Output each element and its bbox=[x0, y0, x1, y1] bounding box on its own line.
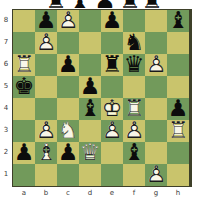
black-bishop: ♝ bbox=[79, 98, 101, 120]
chess-board: ♟♟♙♟♝♟♙♞♜♖♟♜♛♟♙♚♟♝♚♔♜♖♟♟♙♞♘♟♙♟♙♜♖♟♝♗♟♛♕♝… bbox=[12, 9, 192, 187]
file-label-g: g bbox=[145, 189, 167, 198]
square-h1[interactable] bbox=[167, 164, 189, 186]
black-bishop-base: ♝ bbox=[68, 0, 92, 9]
square-d1[interactable] bbox=[79, 164, 101, 186]
file-label-c: c bbox=[57, 189, 79, 198]
square-c1[interactable] bbox=[57, 164, 79, 186]
white-bishop: ♝♗ bbox=[35, 142, 57, 164]
square-g3[interactable] bbox=[145, 120, 167, 142]
square-b5[interactable] bbox=[35, 76, 57, 98]
square-g5[interactable] bbox=[145, 76, 167, 98]
black-king: ♚ bbox=[13, 76, 35, 98]
square-b2[interactable]: ♝♗ bbox=[35, 142, 57, 164]
rank-label-5: 5 bbox=[1, 82, 11, 91]
black-rook-base: ♜ bbox=[44, 0, 68, 9]
square-a5[interactable]: ♚ bbox=[13, 76, 35, 98]
square-c8[interactable]: ♟♙ bbox=[57, 10, 79, 32]
square-g6[interactable]: ♟♙ bbox=[145, 54, 167, 76]
top-cutoff-pieces-strip: ♜♝♟♜♜ bbox=[0, 0, 200, 9]
black-pawn-base: ♟ bbox=[93, 0, 117, 9]
square-f1[interactable] bbox=[123, 164, 145, 186]
square-g8[interactable] bbox=[145, 10, 167, 32]
rank-label-4: 4 bbox=[1, 104, 11, 113]
square-e3[interactable]: ♟♙ bbox=[101, 120, 123, 142]
white-pawn: ♟♙ bbox=[57, 10, 79, 32]
board-grid: ♟♟♙♟♝♟♙♞♜♖♟♜♛♟♙♚♟♝♚♔♜♖♟♟♙♞♘♟♙♟♙♜♖♟♝♗♟♛♕♝… bbox=[13, 10, 189, 186]
square-d7[interactable] bbox=[79, 32, 101, 54]
file-label-h: h bbox=[167, 189, 189, 198]
square-f2[interactable]: ♝ bbox=[123, 142, 145, 164]
square-e1[interactable] bbox=[101, 164, 123, 186]
black-queen: ♛ bbox=[123, 54, 145, 76]
square-h6[interactable] bbox=[167, 54, 189, 76]
black-pawn: ♟ bbox=[57, 142, 79, 164]
square-h8[interactable]: ♝ bbox=[167, 10, 189, 32]
square-a2[interactable]: ♟ bbox=[13, 142, 35, 164]
white-queen: ♛♕ bbox=[79, 142, 101, 164]
white-pawn: ♟♙ bbox=[35, 32, 57, 54]
square-h3[interactable]: ♜♖ bbox=[167, 120, 189, 142]
black-rook-base: ♜ bbox=[140, 0, 164, 9]
rank-label-1: 1 bbox=[1, 170, 11, 179]
rank-label-3: 3 bbox=[1, 126, 11, 135]
black-bishop: ♝ bbox=[123, 142, 145, 164]
square-c6[interactable]: ♟ bbox=[57, 54, 79, 76]
white-pawn: ♟♙ bbox=[101, 120, 123, 142]
black-bishop: ♝ bbox=[167, 10, 189, 32]
rank-label-6: 6 bbox=[1, 60, 11, 69]
rank-label-2: 2 bbox=[1, 148, 11, 157]
square-a8[interactable] bbox=[13, 10, 35, 32]
chess-diagram: ♜♝♟♜♜ ♟♟♙♟♝♟♙♞♜♖♟♜♛♟♙♚♟♝♚♔♜♖♟♟♙♞♘♟♙♟♙♜♖♟… bbox=[0, 0, 200, 200]
rank-label-7: 7 bbox=[1, 38, 11, 47]
rank-label-8: 8 bbox=[1, 16, 11, 25]
square-a4[interactable] bbox=[13, 98, 35, 120]
black-pawn: ♟ bbox=[57, 54, 79, 76]
square-e8[interactable]: ♟ bbox=[101, 10, 123, 32]
file-label-f: f bbox=[123, 189, 145, 198]
square-g4[interactable] bbox=[145, 98, 167, 120]
square-h7[interactable] bbox=[167, 32, 189, 54]
square-f6[interactable]: ♛ bbox=[123, 54, 145, 76]
square-d2[interactable]: ♛♕ bbox=[79, 142, 101, 164]
black-pawn: ♟ bbox=[13, 142, 35, 164]
black-pawn: ♟ bbox=[101, 10, 123, 32]
black-rook-base: ♜ bbox=[118, 0, 142, 9]
square-e6[interactable]: ♜ bbox=[101, 54, 123, 76]
square-c2[interactable]: ♟ bbox=[57, 142, 79, 164]
square-e2[interactable] bbox=[101, 142, 123, 164]
square-d4[interactable]: ♝ bbox=[79, 98, 101, 120]
square-b6[interactable] bbox=[35, 54, 57, 76]
square-h2[interactable] bbox=[167, 142, 189, 164]
white-rook: ♜♖ bbox=[167, 120, 189, 142]
square-b1[interactable] bbox=[35, 164, 57, 186]
square-b7[interactable]: ♟♙ bbox=[35, 32, 57, 54]
file-label-b: b bbox=[35, 189, 57, 198]
file-label-a: a bbox=[13, 189, 35, 198]
square-c5[interactable] bbox=[57, 76, 79, 98]
file-label-e: e bbox=[101, 189, 123, 198]
white-pawn: ♟♙ bbox=[145, 54, 167, 76]
white-pawn: ♟♙ bbox=[145, 164, 167, 186]
square-g1[interactable]: ♟♙ bbox=[145, 164, 167, 186]
square-a1[interactable] bbox=[13, 164, 35, 186]
black-rook: ♜ bbox=[101, 54, 123, 76]
file-label-d: d bbox=[79, 189, 101, 198]
square-d8[interactable] bbox=[79, 10, 101, 32]
